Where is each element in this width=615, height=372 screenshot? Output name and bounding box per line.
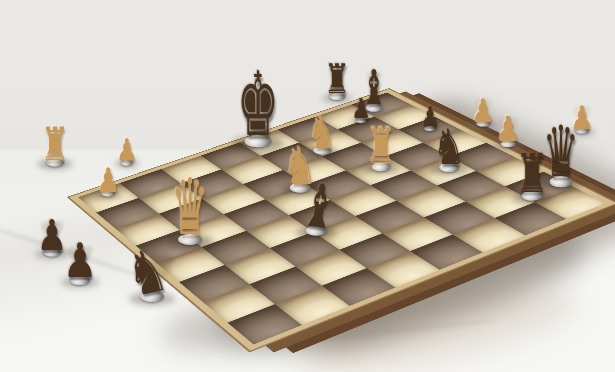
pawn-glyph: ♟: [63, 237, 97, 284]
king-glyph: ♚: [237, 61, 279, 149]
knight-glyph: ♞: [433, 123, 465, 172]
rook-glyph: ♜: [515, 146, 549, 200]
rook-glyph: ♜: [41, 121, 70, 167]
product-photo-scene: ♜♟♟♛♞♞♜♚♟♟♞♜♛♝♜♜♝♝♟♟♟♟♟♟♟♟♟♟♞♞: [0, 0, 615, 372]
rook-glyph: ♜: [324, 60, 350, 101]
pawn-glyph: ♟: [471, 94, 494, 127]
rook-glyph: ♜: [366, 122, 397, 171]
pawn-glyph: ♟: [96, 163, 120, 197]
queen-glyph: ♛: [171, 168, 209, 246]
